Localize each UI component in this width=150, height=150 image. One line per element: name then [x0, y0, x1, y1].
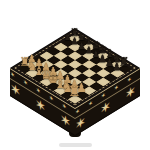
- watermark: [59, 143, 92, 147]
- chess-piece-white-rook[interactable]: ♜: [68, 84, 81, 98]
- piece-layer: ♜♞♝♛♚♝♞♜♟♟♟♟♟♟♟♟♟♟♟♟♟♟♟♟♜♞♝♛♚♝♞♜: [0, 0, 150, 150]
- chess-piece-black-pawn[interactable]: ♟: [112, 62, 121, 72]
- product-photo-stage: ✶ ✶ ✶ ✶ ✶ ✶ ✶ ✶ ✶ ✶ ✶ ✶ ✶ ✶ ✶ ✶ ✶ ✶ ✶ ✶ …: [0, 0, 150, 150]
